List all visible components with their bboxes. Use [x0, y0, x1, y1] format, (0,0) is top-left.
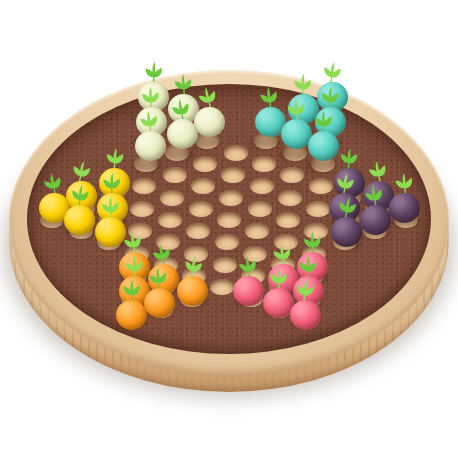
board-hole[interactable]	[224, 145, 248, 161]
board-hole[interactable]	[306, 201, 330, 217]
board-hole[interactable]	[158, 212, 182, 228]
board-hole[interactable]	[163, 167, 187, 183]
peg-shadow	[307, 160, 335, 171]
peg-ball-orange	[144, 288, 175, 318]
peg-ball-cream	[194, 107, 225, 137]
board-hole[interactable]	[219, 190, 243, 206]
board-hole[interactable]	[213, 257, 237, 273]
peg-ball-cream	[135, 131, 166, 161]
board-hole[interactable]	[193, 156, 217, 172]
peg-ball-purple	[360, 205, 391, 235]
board-hole[interactable]	[252, 156, 276, 172]
peg-ball-orange	[116, 300, 147, 330]
board-hole[interactable]	[160, 190, 184, 206]
board-hole[interactable]	[276, 212, 300, 228]
peg-ball-cream	[167, 119, 198, 149]
board-hole[interactable]	[217, 212, 241, 228]
peg-ball-purple	[331, 217, 362, 247]
board-hole[interactable]	[248, 201, 272, 217]
chinese-checkers-board-photo	[0, 0, 458, 458]
peg-ball-purple	[389, 193, 420, 223]
peg-shadow	[165, 149, 193, 160]
board-hole[interactable]	[130, 201, 154, 217]
peg-shadow	[280, 149, 308, 160]
board-hole[interactable]	[278, 190, 302, 206]
peg-shadow	[133, 160, 161, 171]
board-hole[interactable]	[189, 201, 213, 217]
peg-ball-pink	[290, 300, 321, 330]
peg-ball-yellow	[64, 205, 95, 235]
